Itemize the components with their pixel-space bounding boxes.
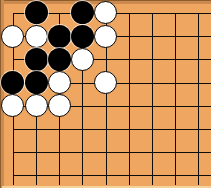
intersection-6-8[interactable] — [117, 164, 140, 187]
white-stone — [48, 71, 71, 94]
intersection-5-8[interactable] — [94, 164, 117, 187]
intersection-5-6[interactable] — [94, 117, 117, 140]
black-stone — [1, 71, 24, 94]
black-stone — [71, 25, 94, 48]
intersection-4-4[interactable] — [71, 71, 94, 94]
intersection-4-5[interactable] — [71, 94, 94, 117]
intersection-9-7[interactable] — [187, 141, 210, 164]
white-stone — [94, 71, 117, 94]
white-stone — [48, 94, 71, 117]
intersection-7-2[interactable] — [140, 25, 163, 48]
intersection-5-4[interactable] — [94, 71, 117, 94]
intersection-8-7[interactable] — [163, 141, 186, 164]
intersection-1-3[interactable] — [1, 48, 24, 71]
intersection-9-6[interactable] — [187, 117, 210, 140]
intersection-4-7[interactable] — [71, 141, 94, 164]
intersection-5-1[interactable] — [94, 1, 117, 24]
intersection-6-5[interactable] — [117, 94, 140, 117]
intersection-8-1[interactable] — [163, 1, 186, 24]
white-stone — [94, 1, 117, 24]
intersection-4-3[interactable] — [71, 48, 94, 71]
intersection-8-8[interactable] — [163, 164, 186, 187]
intersection-8-4[interactable] — [163, 71, 186, 94]
intersection-7-5[interactable] — [140, 94, 163, 117]
black-stone — [25, 71, 48, 94]
intersection-9-2[interactable] — [187, 25, 210, 48]
intersection-3-6[interactable] — [48, 117, 71, 140]
intersection-8-5[interactable] — [163, 94, 186, 117]
intersection-7-3[interactable] — [140, 48, 163, 71]
intersection-2-4[interactable] — [25, 71, 48, 94]
black-stone — [25, 48, 48, 71]
intersection-3-3[interactable] — [48, 48, 71, 71]
intersection-6-7[interactable] — [117, 141, 140, 164]
intersection-5-2[interactable] — [94, 25, 117, 48]
intersection-6-6[interactable] — [117, 117, 140, 140]
intersection-1-7[interactable] — [1, 141, 24, 164]
intersection-1-1[interactable] — [1, 1, 24, 24]
intersection-7-6[interactable] — [140, 117, 163, 140]
go-board — [0, 0, 211, 188]
white-stone — [71, 48, 94, 71]
white-stone — [25, 94, 48, 117]
white-stone — [1, 25, 24, 48]
intersection-9-8[interactable] — [187, 164, 210, 187]
intersection-6-3[interactable] — [117, 48, 140, 71]
intersection-8-6[interactable] — [163, 117, 186, 140]
intersection-9-3[interactable] — [187, 48, 210, 71]
intersection-1-2[interactable] — [1, 25, 24, 48]
intersection-3-1[interactable] — [48, 1, 71, 24]
intersection-1-8[interactable] — [1, 164, 24, 187]
intersection-4-8[interactable] — [71, 164, 94, 187]
intersection-5-5[interactable] — [94, 94, 117, 117]
black-stone — [48, 25, 71, 48]
intersection-7-7[interactable] — [140, 141, 163, 164]
white-stone — [1, 94, 24, 117]
intersection-9-1[interactable] — [187, 1, 210, 24]
intersection-3-2[interactable] — [48, 25, 71, 48]
black-stone — [48, 48, 71, 71]
black-stone — [71, 1, 94, 24]
intersection-6-1[interactable] — [117, 1, 140, 24]
intersection-2-7[interactable] — [25, 141, 48, 164]
white-stone — [94, 25, 117, 48]
intersection-2-2[interactable] — [25, 25, 48, 48]
intersection-3-5[interactable] — [48, 94, 71, 117]
intersection-6-2[interactable] — [117, 25, 140, 48]
intersection-2-1[interactable] — [25, 1, 48, 24]
white-stone — [25, 25, 48, 48]
intersection-1-5[interactable] — [1, 94, 24, 117]
intersection-2-8[interactable] — [25, 164, 48, 187]
intersection-7-4[interactable] — [140, 71, 163, 94]
intersection-3-4[interactable] — [48, 71, 71, 94]
intersection-2-5[interactable] — [25, 94, 48, 117]
intersection-8-3[interactable] — [163, 48, 186, 71]
intersection-7-1[interactable] — [140, 1, 163, 24]
intersection-1-6[interactable] — [1, 117, 24, 140]
intersection-6-4[interactable] — [117, 71, 140, 94]
black-stone — [25, 1, 48, 24]
intersection-grid — [1, 1, 209, 187]
intersection-9-4[interactable] — [187, 71, 210, 94]
intersection-5-3[interactable] — [94, 48, 117, 71]
intersection-2-3[interactable] — [25, 48, 48, 71]
intersection-7-8[interactable] — [140, 164, 163, 187]
intersection-4-1[interactable] — [71, 1, 94, 24]
intersection-9-5[interactable] — [187, 94, 210, 117]
intersection-3-8[interactable] — [48, 164, 71, 187]
intersection-4-6[interactable] — [71, 117, 94, 140]
intersection-5-7[interactable] — [94, 141, 117, 164]
intersection-1-4[interactable] — [1, 71, 24, 94]
intersection-8-2[interactable] — [163, 25, 186, 48]
intersection-2-6[interactable] — [25, 117, 48, 140]
intersection-4-2[interactable] — [71, 25, 94, 48]
intersection-3-7[interactable] — [48, 141, 71, 164]
